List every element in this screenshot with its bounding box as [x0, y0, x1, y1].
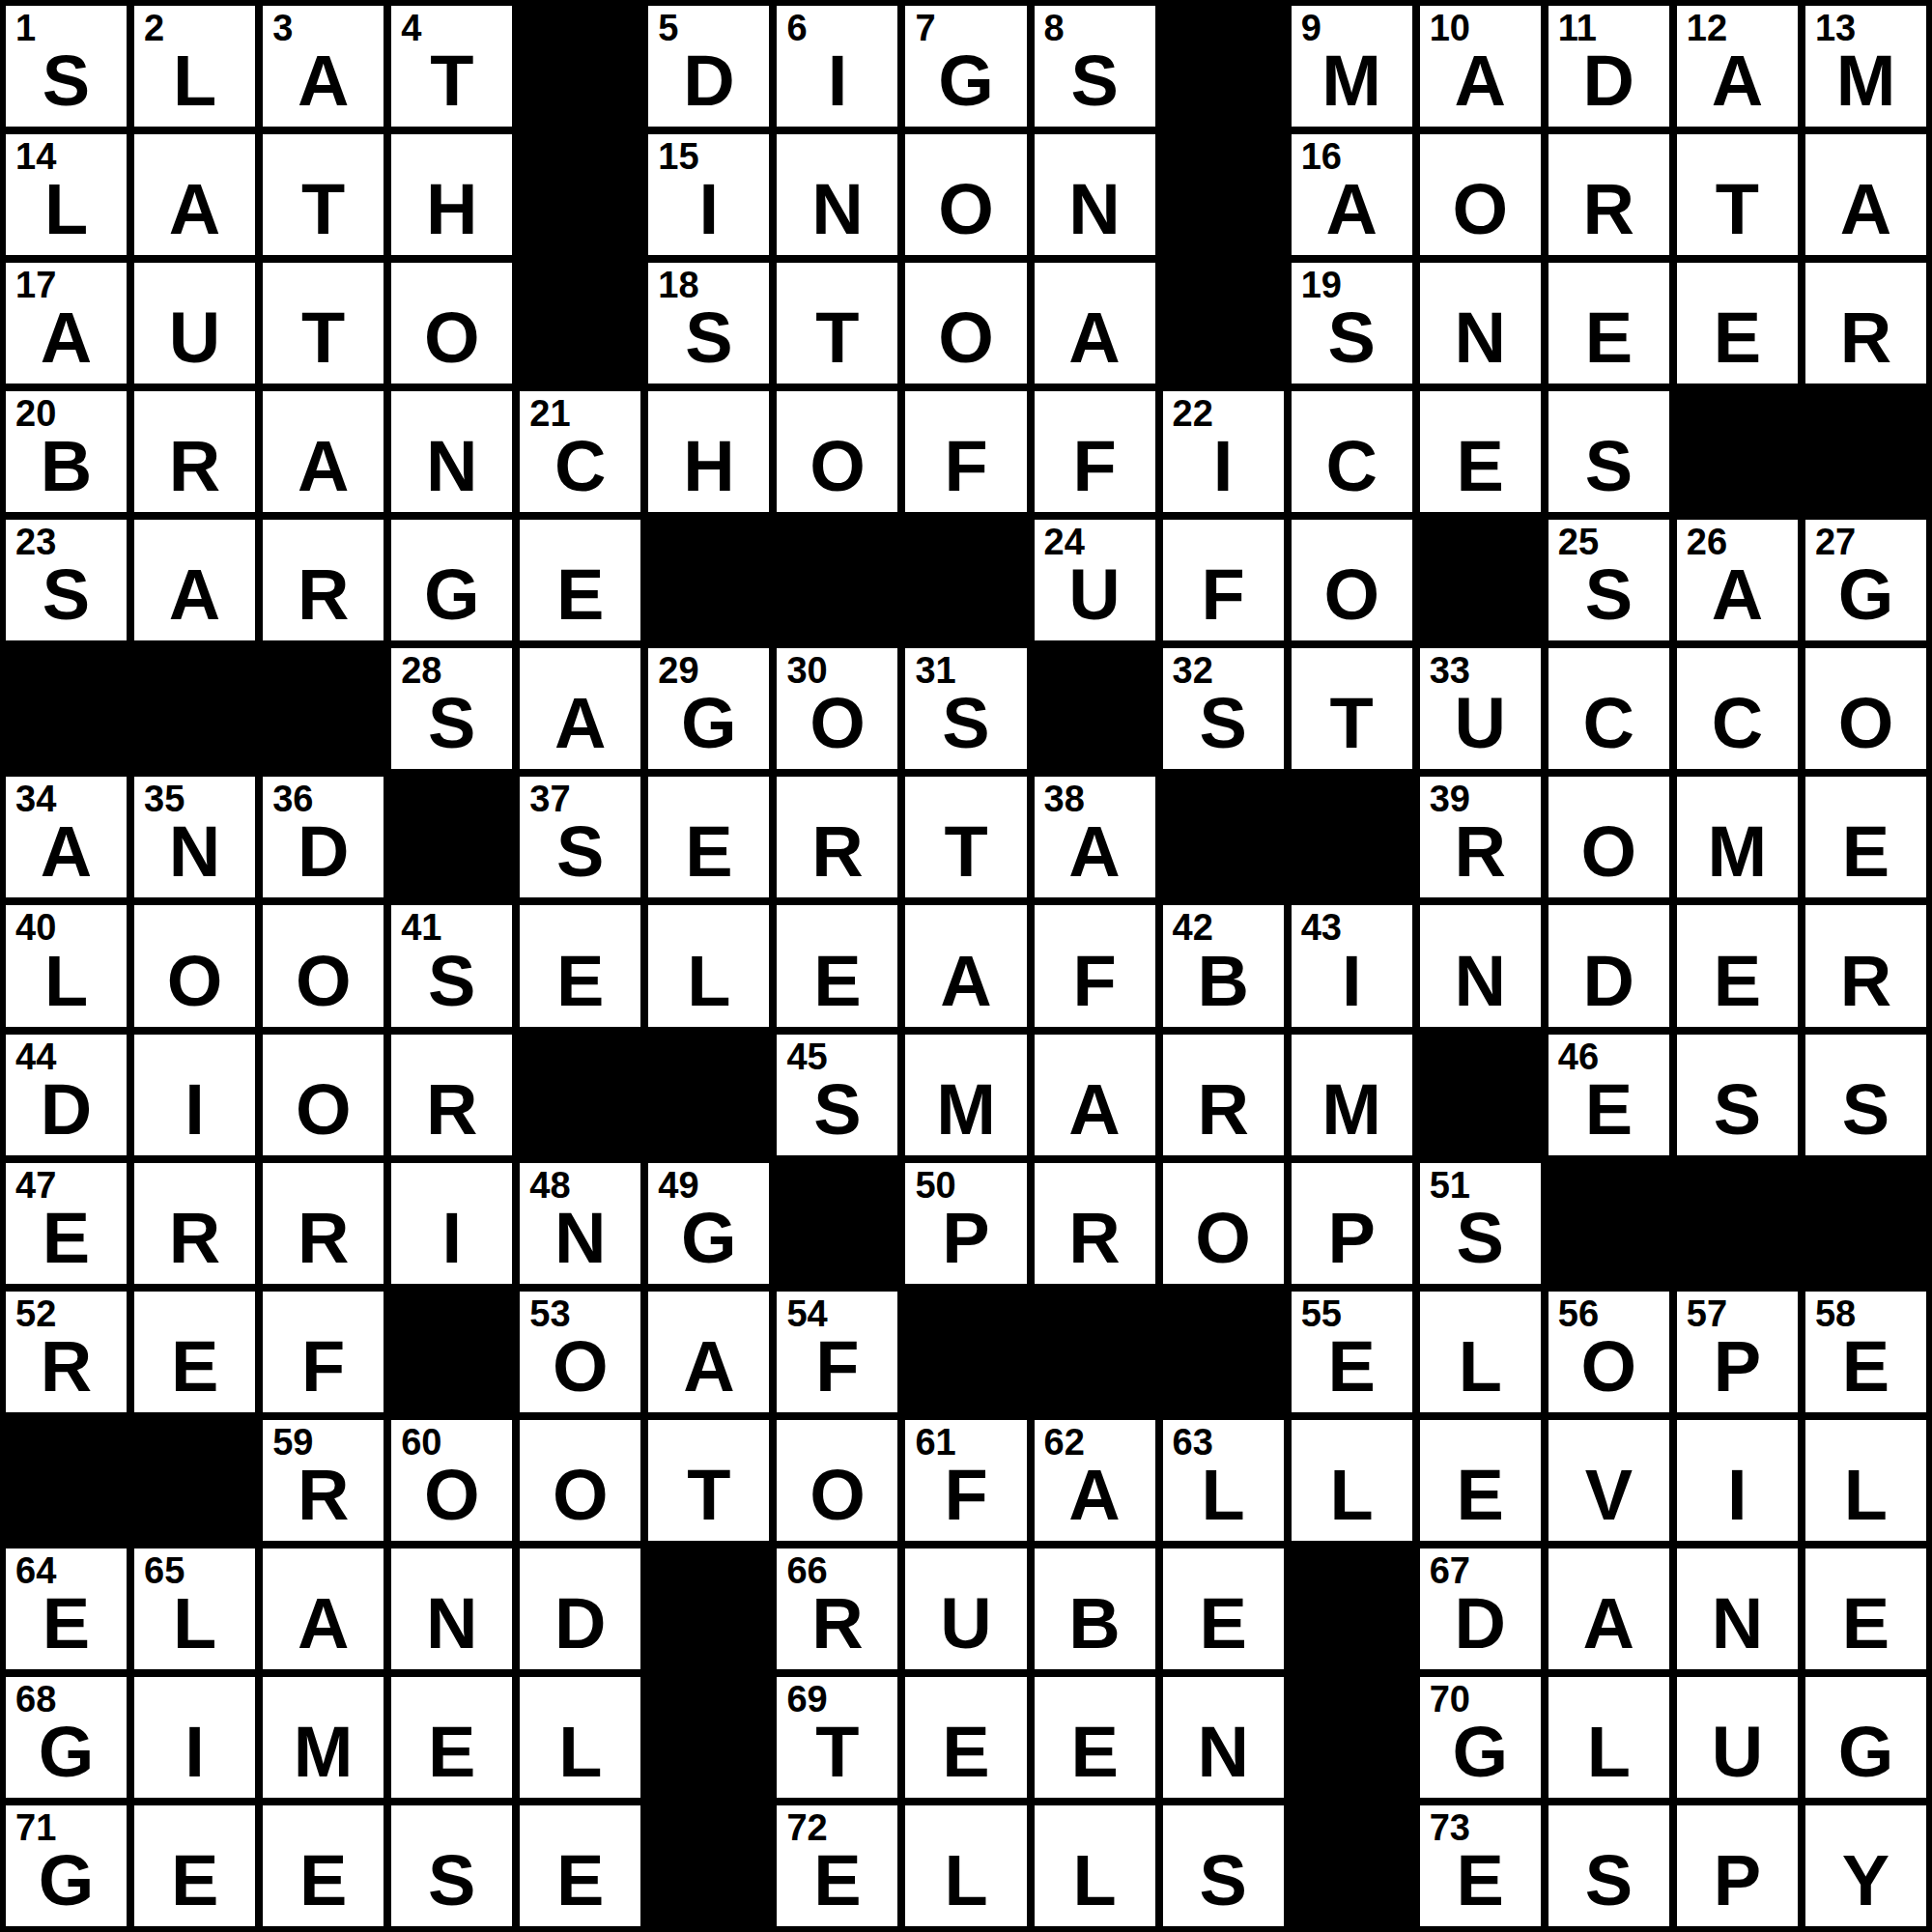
cell-letter: S [1420, 1203, 1541, 1274]
cell-letter: C [520, 431, 640, 502]
grid-cell[interactable]: O [905, 263, 1026, 384]
grid-cell[interactable]: O [777, 391, 897, 512]
grid-cell[interactable]: C [1548, 648, 1669, 769]
grid-cell[interactable]: 41S [391, 905, 512, 1026]
cell-letter: S [1677, 1074, 1798, 1146]
grid-cell[interactable]: O [391, 263, 512, 384]
grid-cell[interactable]: T [263, 263, 384, 384]
grid-cell[interactable]: 4T [391, 6, 512, 127]
grid-cell[interactable]: O [263, 1035, 384, 1155]
grid-cell[interactable]: L [1805, 1420, 1926, 1541]
grid-cell[interactable]: G [391, 520, 512, 640]
grid-cell[interactable]: E [1035, 1677, 1155, 1798]
grid-cell[interactable]: 1S [6, 6, 127, 127]
grid-cell[interactable]: 14L [6, 134, 127, 255]
cell-letter: M [905, 1074, 1026, 1146]
cell-letter: E [263, 1845, 384, 1917]
cell-letter: R [134, 431, 255, 502]
grid-cell[interactable]: 10A [1420, 6, 1541, 127]
grid-cell[interactable]: 22I [1163, 391, 1284, 512]
grid-cell[interactable]: T [1677, 134, 1798, 255]
cell-letter: L [520, 1717, 640, 1788]
grid-cell[interactable]: L [648, 905, 769, 1026]
grid-cell[interactable]: E [520, 1805, 640, 1926]
grid-cell[interactable]: 73E [1420, 1805, 1541, 1926]
black-cell [134, 1420, 255, 1541]
grid-cell[interactable]: 52R [6, 1292, 127, 1412]
grid-cell[interactable]: C [1677, 648, 1798, 769]
grid-cell[interactable]: E [1420, 1420, 1541, 1541]
cell-letter: F [905, 1460, 1026, 1531]
grid-cell[interactable]: S [1677, 1035, 1798, 1155]
grid-cell[interactable]: R [1548, 134, 1669, 255]
grid-cell[interactable]: R [391, 1035, 512, 1155]
cell-letter: L [6, 174, 127, 245]
grid-cell[interactable]: E [777, 905, 897, 1026]
black-cell [391, 1292, 512, 1412]
black-cell [134, 648, 255, 769]
grid-cell[interactable]: 51S [1420, 1163, 1541, 1284]
grid-cell[interactable]: 69T [777, 1677, 897, 1798]
grid-cell[interactable]: 43I [1292, 905, 1412, 1026]
grid-cell[interactable]: E [1677, 905, 1798, 1026]
grid-cell[interactable]: L [1292, 1420, 1412, 1541]
grid-cell[interactable]: R [1805, 905, 1926, 1026]
grid-cell[interactable]: I [391, 1163, 512, 1284]
cell-letter: F [1035, 946, 1155, 1017]
cell-letter: A [1035, 302, 1155, 374]
grid-cell[interactable]: 53O [520, 1292, 640, 1412]
grid-cell[interactable]: 28S [391, 648, 512, 769]
black-cell [1163, 263, 1284, 384]
grid-cell[interactable]: F [1035, 391, 1155, 512]
black-cell [648, 1548, 769, 1669]
grid-cell[interactable]: F [1163, 520, 1284, 640]
grid-cell[interactable]: F [263, 1292, 384, 1412]
cell-letter: L [1292, 1460, 1412, 1531]
grid-cell[interactable]: E [520, 905, 640, 1026]
grid-cell[interactable]: F [905, 391, 1026, 512]
black-cell [905, 520, 1026, 640]
cell-letter: E [1677, 946, 1798, 1017]
cell-letter: A [1677, 559, 1798, 631]
cell-letter: G [648, 1203, 769, 1274]
grid-cell[interactable]: S [1548, 1805, 1669, 1926]
grid-cell[interactable]: E [1677, 263, 1798, 384]
grid-cell[interactable]: O [263, 905, 384, 1026]
black-cell [1292, 1805, 1412, 1926]
grid-cell[interactable]: E [134, 1292, 255, 1412]
grid-cell[interactable]: A [520, 648, 640, 769]
cell-letter: R [1163, 1074, 1284, 1146]
cell-letter: S [1163, 688, 1284, 759]
cell-letter: E [1163, 1588, 1284, 1660]
grid-cell[interactable]: S [1548, 391, 1669, 512]
cell-letter: E [1548, 1074, 1669, 1146]
grid-cell[interactable]: 61F [905, 1420, 1026, 1541]
cell-letter: M [1805, 45, 1926, 117]
cell-letter: A [1292, 174, 1412, 245]
cell-letter: O [905, 174, 1026, 245]
grid-cell[interactable]: 18S [648, 263, 769, 384]
cell-letter: T [777, 302, 897, 374]
grid-cell[interactable]: A [1548, 1548, 1669, 1669]
grid-cell[interactable]: T [777, 263, 897, 384]
grid-cell[interactable]: 19S [1292, 263, 1412, 384]
grid-cell[interactable]: N [391, 1548, 512, 1669]
cell-letter: F [905, 431, 1026, 502]
grid-cell[interactable]: 16A [1292, 134, 1412, 255]
black-cell [777, 1163, 897, 1284]
cell-letter: P [1677, 1845, 1798, 1917]
grid-cell[interactable]: I [134, 1677, 255, 1798]
grid-cell[interactable]: T [905, 777, 1026, 897]
cell-letter: F [263, 1331, 384, 1403]
cell-letter: I [648, 174, 769, 245]
grid-cell[interactable]: T [1292, 648, 1412, 769]
cell-letter: U [134, 302, 255, 374]
grid-cell[interactable]: 36D [263, 777, 384, 897]
cell-letter: O [1420, 174, 1541, 245]
grid-cell[interactable]: L [520, 1677, 640, 1798]
grid-cell[interactable]: 56O [1548, 1292, 1669, 1412]
cell-letter: A [1677, 45, 1798, 117]
cell-letter: Y [1805, 1845, 1926, 1917]
grid-cell[interactable]: L [1548, 1677, 1669, 1798]
grid-cell[interactable]: P [1292, 1163, 1412, 1284]
grid-cell[interactable]: Y [1805, 1805, 1926, 1926]
grid-cell[interactable]: 30O [777, 648, 897, 769]
grid-cell[interactable]: A [134, 134, 255, 255]
grid-cell[interactable]: 71G [6, 1805, 127, 1926]
grid-cell[interactable]: D [1548, 905, 1669, 1026]
black-cell [1163, 6, 1284, 127]
cell-letter: O [777, 688, 897, 759]
grid-cell[interactable]: 48N [520, 1163, 640, 1284]
cell-letter: S [520, 816, 640, 888]
cell-letter: P [905, 1203, 1026, 1274]
grid-cell[interactable]: 63L [1163, 1420, 1284, 1541]
cell-letter: N [391, 431, 512, 502]
grid-cell[interactable]: 15I [648, 134, 769, 255]
grid-cell[interactable]: 66R [777, 1548, 897, 1669]
grid-cell[interactable]: 68G [6, 1677, 127, 1798]
cell-letter: B [6, 431, 127, 502]
grid-cell[interactable]: A [1805, 134, 1926, 255]
grid-cell[interactable]: 54F [777, 1292, 897, 1412]
cell-letter: O [1163, 1203, 1284, 1274]
grid-cell[interactable]: 13M [1805, 6, 1926, 127]
cell-letter: R [777, 816, 897, 888]
grid-cell[interactable]: I [134, 1035, 255, 1155]
grid-cell[interactable]: E [648, 777, 769, 897]
cell-letter: O [520, 1460, 640, 1531]
grid-cell[interactable]: N [1420, 263, 1541, 384]
grid-cell[interactable]: R [263, 1163, 384, 1284]
grid-cell[interactable]: O [1548, 777, 1669, 897]
grid-cell[interactable]: E [520, 520, 640, 640]
grid-cell[interactable]: U [1677, 1677, 1798, 1798]
cell-letter: E [6, 1203, 127, 1274]
grid-cell[interactable]: R [263, 520, 384, 640]
grid-cell[interactable]: N [391, 391, 512, 512]
black-cell [1035, 648, 1155, 769]
grid-cell[interactable]: R [777, 777, 897, 897]
grid-cell[interactable]: E [1805, 777, 1926, 897]
grid-cell[interactable]: A [263, 1548, 384, 1669]
grid-cell[interactable]: E [905, 1677, 1026, 1798]
grid-cell[interactable]: L [1035, 1805, 1155, 1926]
cell-letter: T [1677, 174, 1798, 245]
grid-cell[interactable]: I [1677, 1420, 1798, 1541]
grid-cell[interactable]: 62A [1035, 1420, 1155, 1541]
grid-cell[interactable]: 27G [1805, 520, 1926, 640]
grid-cell[interactable]: 45S [777, 1035, 897, 1155]
grid-cell[interactable]: M [905, 1035, 1026, 1155]
black-cell [6, 1420, 127, 1541]
grid-cell[interactable]: A [1035, 1035, 1155, 1155]
cell-letter: A [1035, 1074, 1155, 1146]
grid-cell[interactable]: A [905, 905, 1026, 1026]
grid-cell[interactable]: P [1677, 1805, 1798, 1926]
grid-cell[interactable]: O [1805, 648, 1926, 769]
grid-cell[interactable]: O [1292, 520, 1412, 640]
cell-letter: T [263, 174, 384, 245]
grid-cell[interactable]: 8S [1035, 6, 1155, 127]
grid-cell[interactable]: R [1035, 1163, 1155, 1284]
grid-cell[interactable]: D [520, 1548, 640, 1669]
grid-cell[interactable]: R [1163, 1035, 1284, 1155]
grid-cell[interactable]: 3A [263, 6, 384, 127]
cell-letter: S [1805, 1074, 1926, 1146]
grid-cell[interactable]: 11D [1548, 6, 1669, 127]
black-cell [648, 1035, 769, 1155]
cell-letter: N [1163, 1717, 1284, 1788]
clue-number: 43 [1301, 909, 1342, 946]
grid-cell[interactable]: N [1677, 1548, 1798, 1669]
grid-cell[interactable]: V [1548, 1420, 1669, 1541]
grid-cell[interactable]: L [905, 1805, 1026, 1926]
cell-letter: S [1548, 1845, 1669, 1917]
grid-cell[interactable]: 5D [648, 6, 769, 127]
cell-letter: H [391, 174, 512, 245]
grid-cell[interactable]: 6I [777, 6, 897, 127]
clue-number: 1 [15, 10, 36, 46]
grid-cell[interactable]: B [1035, 1548, 1155, 1669]
grid-cell[interactable]: 40L [6, 905, 127, 1026]
grid-cell[interactable]: E [263, 1805, 384, 1926]
cell-letter: E [134, 1845, 255, 1917]
grid-cell[interactable]: 42B [1163, 905, 1284, 1026]
grid-cell[interactable]: E [1163, 1548, 1284, 1669]
grid-cell[interactable]: 37S [520, 777, 640, 897]
cell-letter: N [520, 1203, 640, 1274]
grid-cell[interactable]: A [263, 391, 384, 512]
cell-letter: N [134, 816, 255, 888]
cell-letter: L [6, 946, 127, 1017]
grid-cell[interactable]: 23S [6, 520, 127, 640]
cell-letter: R [1420, 816, 1541, 888]
grid-cell[interactable]: R [134, 391, 255, 512]
grid-cell[interactable]: 25S [1548, 520, 1669, 640]
grid-cell[interactable]: S [1805, 1035, 1926, 1155]
cell-letter: O [134, 946, 255, 1017]
grid-cell[interactable]: 64E [6, 1548, 127, 1669]
grid-cell[interactable]: O [134, 905, 255, 1026]
grid-cell[interactable]: E [1805, 1548, 1926, 1669]
cell-letter: R [777, 1588, 897, 1660]
cell-letter: R [263, 1460, 384, 1531]
grid-cell[interactable]: 26A [1677, 520, 1798, 640]
grid-cell[interactable]: A [648, 1292, 769, 1412]
cell-letter: N [1035, 174, 1155, 245]
cell-letter: L [1035, 1845, 1155, 1917]
grid-cell[interactable]: T [648, 1420, 769, 1541]
grid-cell[interactable]: S [391, 1805, 512, 1926]
grid-cell[interactable]: 58E [1805, 1292, 1926, 1412]
cell-letter: U [1035, 559, 1155, 631]
grid-cell[interactable]: 72E [777, 1805, 897, 1926]
black-cell [1163, 1292, 1284, 1412]
grid-cell[interactable]: R [1805, 263, 1926, 384]
clue-number: 22 [1173, 395, 1213, 432]
black-cell [520, 6, 640, 127]
cell-letter: A [520, 688, 640, 759]
grid-cell[interactable]: C [1292, 391, 1412, 512]
grid-cell[interactable]: 59R [263, 1420, 384, 1541]
grid-cell[interactable]: G [1805, 1677, 1926, 1798]
grid-cell[interactable]: O [1163, 1163, 1284, 1284]
grid-cell[interactable]: 39R [1420, 777, 1541, 897]
grid-cell[interactable]: 7G [905, 6, 1026, 127]
grid-cell[interactable]: 67D [1420, 1548, 1541, 1669]
grid-cell[interactable]: 31S [905, 648, 1026, 769]
grid-cell[interactable]: T [263, 134, 384, 255]
cell-letter: B [1035, 1588, 1155, 1660]
cell-letter: T [648, 1460, 769, 1531]
grid-cell[interactable]: N [1035, 134, 1155, 255]
grid-cell[interactable]: L [1420, 1292, 1541, 1412]
cell-letter: D [1548, 946, 1669, 1017]
grid-cell[interactable]: 46E [1548, 1035, 1669, 1155]
cell-letter: L [1805, 1460, 1926, 1531]
cell-letter: D [520, 1588, 640, 1660]
grid-cell[interactable]: 35N [134, 777, 255, 897]
cell-letter: E [1677, 302, 1798, 374]
grid-cell[interactable]: U [905, 1548, 1026, 1669]
cell-letter: E [777, 1845, 897, 1917]
cell-letter: O [905, 302, 1026, 374]
grid-cell[interactable]: E [134, 1805, 255, 1926]
cell-letter: R [134, 1203, 255, 1274]
grid-cell[interactable]: H [648, 391, 769, 512]
black-cell [6, 648, 127, 769]
grid-cell[interactable]: 38A [1035, 777, 1155, 897]
clue-number: 8 [1044, 10, 1065, 46]
cell-letter: R [1805, 946, 1926, 1017]
grid-cell[interactable]: 50P [905, 1163, 1026, 1284]
cell-letter: O [1548, 1331, 1669, 1403]
cell-letter: I [1163, 431, 1284, 502]
cell-letter: A [134, 559, 255, 631]
grid-cell[interactable]: 12A [1677, 6, 1798, 127]
cell-letter: U [1420, 688, 1541, 759]
cell-letter: A [263, 431, 384, 502]
black-cell [777, 520, 897, 640]
grid-cell[interactable]: 57P [1677, 1292, 1798, 1412]
cell-letter: O [520, 1331, 640, 1403]
black-cell [1163, 777, 1284, 897]
grid-cell[interactable]: O [905, 134, 1026, 255]
grid-cell[interactable]: O [1420, 134, 1541, 255]
grid-cell[interactable]: N [1163, 1677, 1284, 1798]
grid-cell[interactable]: 24U [1035, 520, 1155, 640]
grid-cell[interactable]: F [1035, 905, 1155, 1026]
cell-letter: U [1677, 1717, 1798, 1788]
grid-cell[interactable]: 49G [648, 1163, 769, 1284]
grid-cell[interactable]: 44D [6, 1035, 127, 1155]
grid-cell[interactable]: E [1548, 263, 1669, 384]
cell-letter: S [905, 688, 1026, 759]
cell-letter: O [1548, 816, 1669, 888]
cell-letter: I [134, 1074, 255, 1146]
grid-cell[interactable]: M [1677, 777, 1798, 897]
cell-letter: E [1292, 1331, 1412, 1403]
grid-cell[interactable]: 29G [648, 648, 769, 769]
grid-cell[interactable]: N [777, 134, 897, 255]
cell-letter: S [1035, 45, 1155, 117]
grid-cell[interactable]: 34A [6, 777, 127, 897]
grid-cell[interactable]: S [1163, 1805, 1284, 1926]
grid-cell[interactable]: R [134, 1163, 255, 1284]
grid-cell[interactable]: H [391, 134, 512, 255]
cell-letter: A [1420, 45, 1541, 117]
cell-letter: L [905, 1845, 1026, 1917]
grid-cell[interactable]: 70G [1420, 1677, 1541, 1798]
grid-cell[interactable]: U [134, 263, 255, 384]
cell-letter: A [6, 816, 127, 888]
grid-cell[interactable]: 55E [1292, 1292, 1412, 1412]
grid-cell[interactable]: 33U [1420, 648, 1541, 769]
cell-letter: N [1420, 302, 1541, 374]
grid-cell[interactable]: E [1420, 391, 1541, 512]
grid-cell[interactable]: M [1292, 1035, 1412, 1155]
grid-cell[interactable]: O [777, 1420, 897, 1541]
cell-letter: L [1548, 1717, 1669, 1788]
cell-letter: H [648, 431, 769, 502]
grid-cell[interactable]: A [134, 520, 255, 640]
cell-letter: A [1035, 816, 1155, 888]
grid-cell[interactable]: 20B [6, 391, 127, 512]
cell-letter: I [777, 45, 897, 117]
black-cell [648, 1805, 769, 1926]
grid-cell[interactable]: 21C [520, 391, 640, 512]
grid-cell[interactable]: 60O [391, 1420, 512, 1541]
grid-cell[interactable]: M [263, 1677, 384, 1798]
grid-cell[interactable]: 2L [134, 6, 255, 127]
grid-cell[interactable]: 65L [134, 1548, 255, 1669]
grid-cell[interactable]: E [391, 1677, 512, 1798]
grid-cell[interactable]: 47E [6, 1163, 127, 1284]
grid-cell[interactable]: 32S [1163, 648, 1284, 769]
cell-letter: G [648, 688, 769, 759]
grid-cell[interactable]: A [1035, 263, 1155, 384]
grid-cell[interactable]: 17A [6, 263, 127, 384]
cell-letter: P [1677, 1331, 1798, 1403]
grid-cell[interactable]: N [1420, 905, 1541, 1026]
grid-cell[interactable]: O [520, 1420, 640, 1541]
grid-cell[interactable]: 9M [1292, 6, 1412, 127]
